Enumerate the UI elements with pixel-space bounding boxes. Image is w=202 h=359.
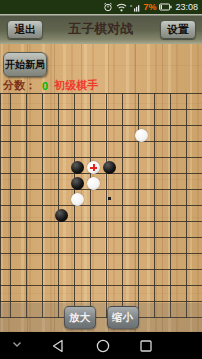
board[interactable] — [0, 93, 202, 318]
signal-icon: x — [130, 3, 140, 12]
zoom-out-button[interactable]: 缩小 — [107, 306, 139, 329]
new-game-button[interactable]: 开始新局 — [3, 52, 47, 77]
white-stone — [135, 129, 148, 142]
title-bar: 五子棋对战 退出 设置 — [0, 14, 202, 44]
black-stone — [103, 161, 116, 174]
black-stone — [71, 177, 84, 190]
white-stone-last-move — [87, 161, 100, 174]
exit-button[interactable]: 退出 — [7, 20, 43, 39]
status-bar: x 7% 23:08 — [0, 0, 202, 14]
battery-icon — [159, 3, 172, 11]
home-icon[interactable] — [96, 339, 110, 353]
clock-text: 23:08 — [175, 0, 198, 14]
zoom-in-button[interactable]: 放大 — [64, 306, 96, 329]
zoom-bar: 放大 缩小 — [0, 303, 202, 332]
rank-label: 初级棋手 — [54, 78, 98, 93]
wifi-icon — [116, 3, 127, 12]
nav-bar — [0, 332, 202, 359]
white-stone — [71, 193, 84, 206]
white-stone — [87, 177, 100, 190]
back-icon[interactable] — [51, 339, 64, 353]
app-window: x 7% 23:08 五子棋对战 退出 设置 开始新局 分数： 0 初级棋手 放… — [0, 0, 202, 359]
battery-percent: 7% — [143, 0, 156, 14]
recents-icon[interactable] — [140, 340, 152, 352]
board-area: 开始新局 分数： 0 初级棋手 放大 缩小 — [0, 44, 202, 332]
settings-button[interactable]: 设置 — [160, 20, 196, 39]
svg-text:x: x — [130, 3, 133, 8]
chevron-down-icon[interactable] — [12, 341, 22, 348]
score-line: 分数： 0 初级棋手 — [3, 79, 98, 92]
black-stone — [71, 161, 84, 174]
black-stone — [55, 209, 68, 222]
score-value: 0 — [42, 80, 48, 92]
star-point — [108, 197, 111, 200]
score-label: 分数： — [3, 78, 36, 93]
alarm-icon — [103, 2, 113, 12]
